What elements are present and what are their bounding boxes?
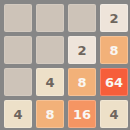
tile-4-r4c1: 4: [4, 100, 32, 128]
tile-64-r3c4: 64: [100, 68, 128, 96]
tile-4-r3c2: 4: [36, 68, 64, 96]
empty-cell-r2c2: [36, 36, 64, 64]
board-2048[interactable]: 228486448164: [0, 0, 130, 130]
tile-8-r3c3: 8: [68, 68, 96, 96]
empty-cell-r2c1: [4, 36, 32, 64]
tile-2-r1c4: 2: [100, 4, 128, 32]
tile-4-r4c4: 4: [100, 100, 128, 128]
tile-8-r2c4: 8: [100, 36, 128, 64]
tile-16-r4c3: 16: [68, 100, 96, 128]
empty-cell-r1c3: [68, 4, 96, 32]
empty-cell-r3c1: [4, 68, 32, 96]
tile-8-r4c2: 8: [36, 100, 64, 128]
empty-cell-r1c1: [4, 4, 32, 32]
empty-cell-r1c2: [36, 4, 64, 32]
tile-2-r2c3: 2: [68, 36, 96, 64]
